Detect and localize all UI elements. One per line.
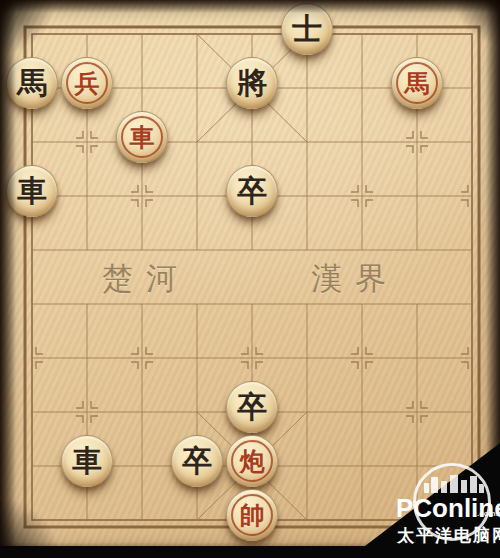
board-point: 卒 [225,169,280,223]
pieces-layer: 馬兵士將馬車車卒卒車卒炮帥 [5,7,500,547]
piece-black-soldier-b[interactable]: 卒 [226,381,278,433]
board-point: 車 [5,169,60,223]
board-point: 帥 [225,493,280,547]
piece-black-chariot-a[interactable]: 車 [6,165,58,217]
piece-glyph: 卒 [237,176,267,206]
board-point: 車 [115,115,170,169]
piece-glyph: 車 [130,125,155,150]
piece-glyph: 炮 [240,449,265,474]
piece-glyph: 兵 [75,71,100,96]
piece-black-chariot-b[interactable]: 車 [61,435,113,487]
board-point: 士 [280,7,335,61]
piece-glyph: 車 [72,446,102,476]
board-point: 將 [225,61,280,115]
watermark-suffix: .com.cn [477,509,500,518]
piece-glyph: 車 [17,176,47,206]
board-point: 炮 [225,439,280,493]
board-point: 馬 [5,61,60,115]
piece-red-chariot[interactable]: 車 [116,111,168,163]
board-point: 卒 [170,439,225,493]
piece-glyph: 馬 [405,71,430,96]
piece-glyph: 帥 [240,503,265,528]
piece-black-advisor[interactable]: 士 [281,3,333,55]
piece-black-soldier-c[interactable]: 卒 [171,435,223,487]
board-point: 馬 [390,61,445,115]
piece-red-general[interactable]: 帥 [226,489,278,541]
piece-glyph: 將 [237,68,267,98]
piece-black-soldier-a[interactable]: 卒 [226,165,278,217]
board-point: 車 [60,439,115,493]
xiangqi-screenshot: 楚河 漢界 馬兵士將馬車車卒卒車卒炮帥 PConline .com.cn 太平洋… [0,0,500,558]
piece-glyph: 卒 [182,446,212,476]
watermark-subtitle: 太平洋电脑网 [397,524,500,547]
piece-black-horse[interactable]: 馬 [6,57,58,109]
piece-glyph: 士 [292,14,322,44]
piece-red-cannon[interactable]: 炮 [226,435,278,487]
board-point: 卒 [225,385,280,439]
piece-glyph: 卒 [237,392,267,422]
board-point: 兵 [60,61,115,115]
piece-black-general[interactable]: 將 [226,57,278,109]
piece-red-horse[interactable]: 馬 [391,57,443,109]
piece-red-soldier[interactable]: 兵 [61,57,113,109]
piece-glyph: 馬 [17,68,47,98]
